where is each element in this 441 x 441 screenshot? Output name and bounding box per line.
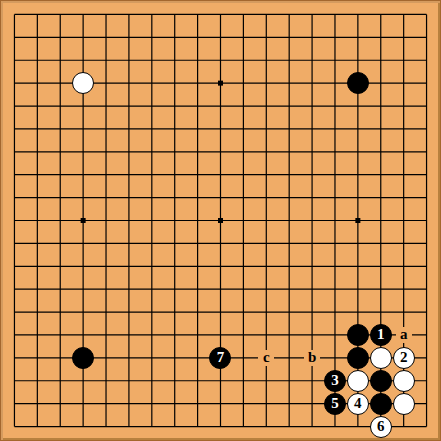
- stone-black-p3-move-3: 3: [324, 370, 346, 392]
- stone-white-s3: [393, 370, 415, 392]
- stone-white-s2: [393, 393, 415, 415]
- stone-black-r2: [370, 393, 392, 415]
- stone-black-p2-move-5: 5: [324, 393, 346, 415]
- stone-black-d4: [72, 347, 94, 369]
- stone-black-q5: [347, 324, 369, 346]
- stone-white-r4: [370, 347, 392, 369]
- stones-layer: abc7123546: [3, 3, 438, 438]
- stone-black-r5-move-1: 1: [370, 324, 392, 346]
- stone-black-k4-move-7: 7: [209, 347, 231, 369]
- go-board-frame: abc7123546: [0, 0, 441, 441]
- stone-black-r3: [370, 370, 392, 392]
- stone-black-q16: [347, 72, 369, 94]
- label-c: c: [258, 350, 274, 366]
- label-a: a: [396, 327, 412, 343]
- stone-white-d16: [72, 72, 94, 94]
- stone-white-s4-move-2: 2: [393, 347, 415, 369]
- go-board: abc7123546: [3, 3, 438, 438]
- label-b: b: [304, 350, 320, 366]
- stone-white-q3: [347, 370, 369, 392]
- stone-white-r1-move-6: 6: [370, 416, 392, 438]
- stone-black-q4: [347, 347, 369, 369]
- stone-white-q2-move-4: 4: [347, 393, 369, 415]
